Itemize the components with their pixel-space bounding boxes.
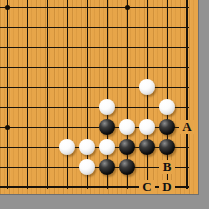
grid-line-horizontal xyxy=(0,27,189,28)
star-point xyxy=(125,5,130,10)
label-point-B[interactable]: B xyxy=(159,160,175,174)
white-stone-O3 xyxy=(79,139,95,155)
white-stone-Q4 xyxy=(119,119,135,135)
grid-line-vertical xyxy=(7,0,8,189)
go-problem-diagram: ABCD xyxy=(0,0,209,209)
black-stone-R3 xyxy=(139,139,155,155)
grid-line-horizontal xyxy=(0,47,189,48)
white-stone-R4 xyxy=(139,119,155,135)
white-stone-S5 xyxy=(159,99,175,115)
white-stone-P5 xyxy=(99,99,115,115)
grid-line-horizontal xyxy=(0,87,189,88)
grid-line-horizontal xyxy=(0,67,189,68)
star-point xyxy=(5,5,10,10)
label-point-A[interactable]: A xyxy=(179,120,195,134)
goban[interactable]: ABCD xyxy=(0,0,199,195)
black-stone-P4 xyxy=(99,119,115,135)
grid-line-vertical xyxy=(27,0,28,189)
label-point-C[interactable]: C xyxy=(139,180,155,194)
grid-line-horizontal xyxy=(0,7,189,8)
white-stone-P3 xyxy=(99,139,115,155)
white-stone-N3 xyxy=(59,139,75,155)
board-edge-line-right xyxy=(186,0,188,189)
black-stone-Q2 xyxy=(119,159,135,175)
black-stone-S4 xyxy=(159,119,175,135)
black-stone-S3 xyxy=(159,139,175,155)
white-stone-R6 xyxy=(139,79,155,95)
grid-line-vertical xyxy=(47,0,48,189)
white-stone-O2 xyxy=(79,159,95,175)
grid-line-vertical xyxy=(67,0,68,189)
black-stone-Q3 xyxy=(119,139,135,155)
black-stone-P2 xyxy=(99,159,115,175)
label-point-D[interactable]: D xyxy=(159,180,175,194)
star-point xyxy=(5,125,10,130)
